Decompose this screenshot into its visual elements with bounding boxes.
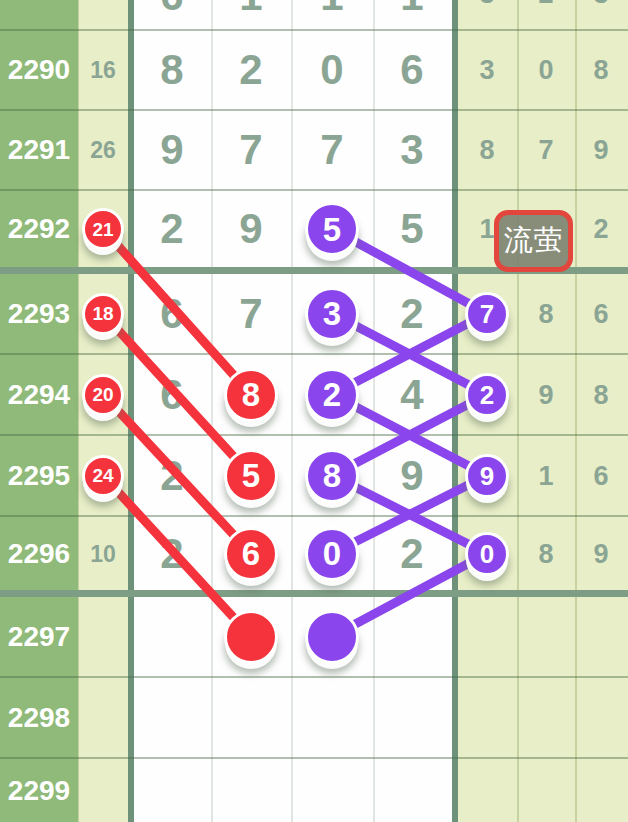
cell-digit-2291-2: 7 — [320, 129, 343, 171]
cell-digit-2294-3: 4 — [400, 374, 423, 416]
cell-tail-2294-2: 8 — [593, 381, 608, 408]
cell-digit-2294-0: 6 — [160, 374, 183, 416]
circle-sum-2295: 24 — [82, 455, 124, 497]
cell-digit-2293-3: 2 — [400, 293, 423, 335]
cell-issue-2290: 2290 — [8, 56, 70, 84]
cell-tail-2291-1: 7 — [538, 137, 553, 164]
cell-issue-2296: 2296 — [8, 540, 70, 568]
cell-tail-2296-2: 9 — [593, 540, 608, 567]
cell-tail-2296-1: 8 — [538, 540, 553, 567]
cell-digit-2290-1: 2 — [239, 49, 262, 91]
row-separator — [0, 353, 628, 355]
cell-issue-2294: 2294 — [8, 381, 70, 409]
circle-sum-2293: 18 — [82, 293, 124, 335]
cell-tail-2292-0: 1 — [479, 216, 494, 243]
row-separator — [0, 676, 628, 678]
dot-purple-2297 — [305, 610, 359, 664]
cell-digit-2295-3: 9 — [400, 455, 423, 497]
board: 6111323229016820630822912697738792292295… — [0, 0, 628, 822]
cell-digit-2296-3: 2 — [400, 533, 423, 575]
circle-digit-2293-2: 3 — [305, 287, 359, 341]
cell-digit-0-2: 1 — [320, 0, 343, 17]
main-cell-divider — [211, 0, 213, 822]
cell-digit-2292-0: 2 — [160, 208, 183, 250]
watermark: 流萤 — [494, 210, 573, 272]
tail-cell-divider — [517, 0, 519, 822]
cell-issue-2295: 2295 — [8, 462, 70, 490]
cell-sum-2290: 16 — [90, 59, 116, 82]
cell-tail-0-1: 2 — [538, 0, 553, 8]
row-separator — [0, 109, 628, 111]
cell-tail-2291-0: 8 — [479, 137, 494, 164]
cell-tail-0-0: 3 — [479, 0, 494, 8]
circle-tail-2295-0: 9 — [465, 454, 509, 498]
cell-digit-2293-1: 7 — [239, 293, 262, 335]
row-separator — [0, 434, 628, 436]
row-separator — [0, 757, 628, 759]
cell-digit-2290-0: 8 — [160, 49, 183, 91]
cell-issue-2292: 2292 — [8, 215, 70, 243]
cell-digit-0-3: 1 — [400, 0, 423, 17]
circle-digit-2295-2: 8 — [305, 449, 359, 503]
circle-digit-2294-2: 2 — [305, 368, 359, 422]
circle-sum-2292: 21 — [82, 208, 124, 250]
cell-tail-2293-1: 8 — [538, 300, 553, 327]
cell-digit-0-0: 6 — [160, 0, 183, 17]
cell-sum-2296: 10 — [90, 542, 116, 565]
cell-issue-2299: 2299 — [8, 777, 70, 805]
circle-digit-2294-1: 8 — [224, 368, 278, 422]
column-strip-issue — [0, 0, 78, 822]
main-cell-divider — [373, 0, 375, 822]
cell-tail-2295-1: 1 — [538, 462, 553, 489]
cell-tail-2291-2: 9 — [593, 137, 608, 164]
cell-digit-2293-0: 6 — [160, 293, 183, 335]
circle-tail-2294-0: 2 — [465, 373, 509, 417]
cell-tail-2290-2: 8 — [593, 57, 608, 84]
cell-tail-2294-1: 9 — [538, 381, 553, 408]
cell-issue-2297: 2297 — [8, 623, 70, 651]
cell-tail-2290-0: 3 — [479, 57, 494, 84]
cell-digit-2296-0: 2 — [160, 533, 183, 575]
tail-cell-divider — [575, 0, 577, 822]
cell-tail-2293-2: 6 — [593, 300, 608, 327]
cell-digit-2290-2: 0 — [320, 49, 343, 91]
circle-digit-2292-2: 5 — [305, 202, 359, 256]
cell-tail-2292-2: 2 — [593, 216, 608, 243]
cell-digit-2295-0: 2 — [160, 455, 183, 497]
cell-issue-2293: 2293 — [8, 300, 70, 328]
cell-issue-2298: 2298 — [8, 704, 70, 732]
circle-digit-2295-1: 5 — [224, 449, 278, 503]
row-separator — [0, 515, 628, 517]
cell-sum-2291: 26 — [90, 139, 116, 162]
cell-digit-2290-3: 6 — [400, 49, 423, 91]
circle-digit-2296-1: 6 — [224, 527, 278, 581]
watermark-text: 流萤 — [504, 221, 564, 261]
cell-digit-2291-3: 3 — [400, 129, 423, 171]
row-separator — [0, 29, 628, 31]
row-separator — [0, 189, 628, 191]
circle-tail-2296-0: 0 — [465, 532, 509, 576]
cell-digit-0-1: 1 — [239, 0, 262, 17]
dot-red-2297 — [224, 610, 278, 664]
cell-digit-2292-1: 9 — [239, 208, 262, 250]
circle-tail-2293-0: 7 — [465, 292, 509, 336]
cell-digit-2292-3: 5 — [400, 208, 423, 250]
circle-digit-2296-2: 0 — [305, 527, 359, 581]
cell-tail-2295-2: 6 — [593, 462, 608, 489]
circle-sum-2294: 20 — [82, 374, 124, 416]
row-separator-thick — [0, 590, 628, 597]
cell-tail-2290-1: 0 — [538, 57, 553, 84]
cell-issue-2291: 2291 — [8, 136, 70, 164]
main-cell-divider — [291, 0, 293, 822]
cell-tail-0-2: 3 — [593, 0, 608, 8]
cell-digit-2291-1: 7 — [239, 129, 262, 171]
sum-divider — [78, 0, 79, 822]
cell-digit-2291-0: 9 — [160, 129, 183, 171]
